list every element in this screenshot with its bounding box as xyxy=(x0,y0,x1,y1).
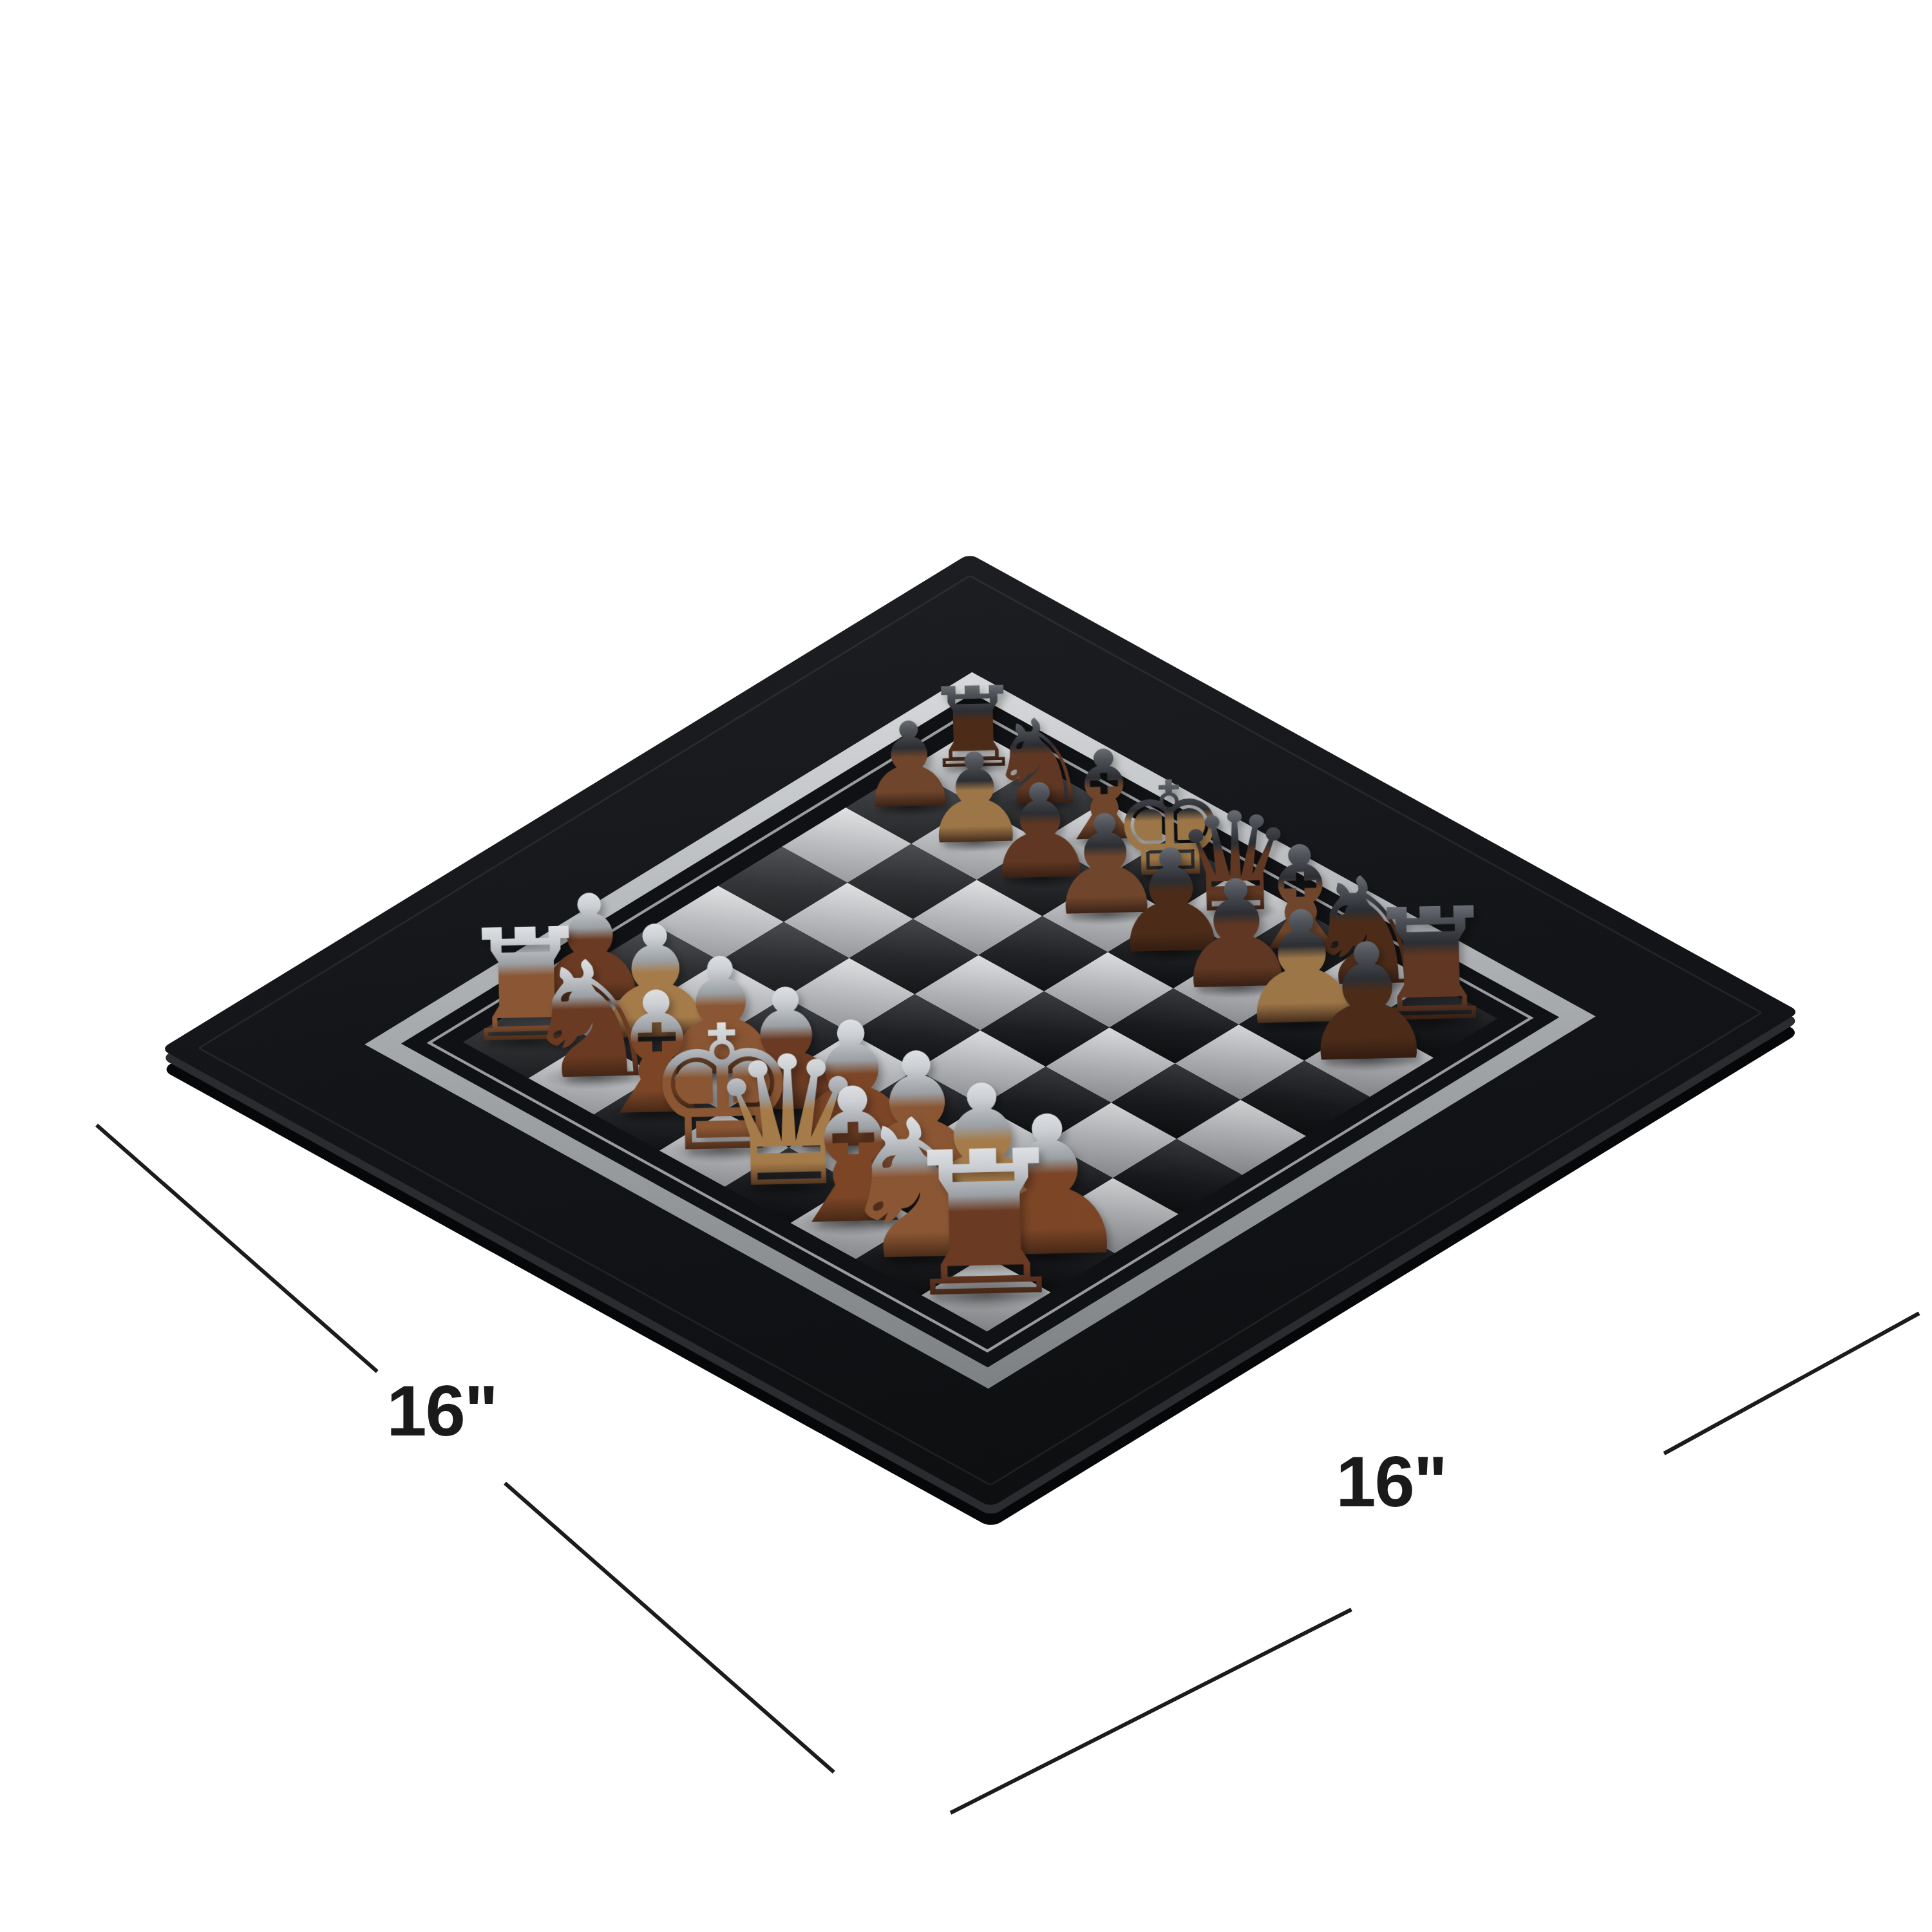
dimension-label-left: 16" xyxy=(386,1368,497,1452)
chessboard-frame xyxy=(161,553,1800,1507)
product-photo-stage: ♜♞♝♚♛♝♞♜♟♟♟♟♟♟♟♟♟♟♟♟♟♟♟♟♜♞♝♚♛♝♞♜ 16" 16" xyxy=(0,0,1932,1932)
chessboard-scene: ♜♞♝♚♛♝♞♜♟♟♟♟♟♟♟♟♟♟♟♟♟♟♟♟♜♞♝♚♛♝♞♜ xyxy=(0,0,1932,1932)
dimension-label-right: 16" xyxy=(1336,1439,1446,1523)
